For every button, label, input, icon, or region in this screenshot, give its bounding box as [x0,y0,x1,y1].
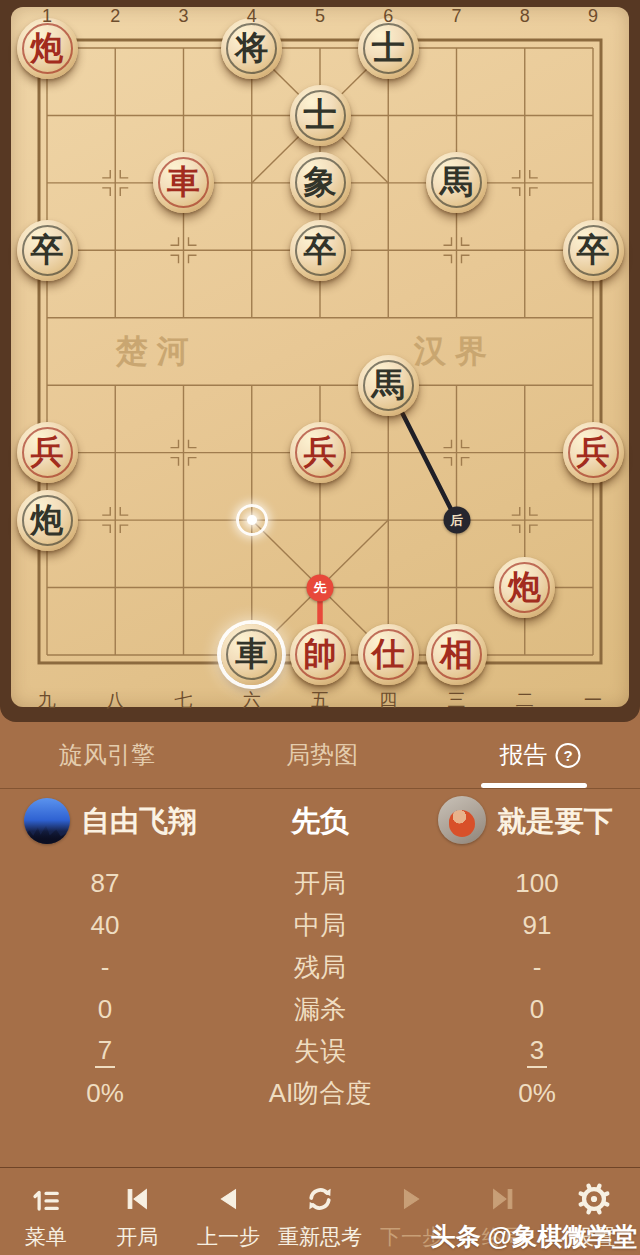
settings-gear-icon [577,1182,611,1216]
piece-将-black[interactable]: 将 [221,18,282,79]
xiangqi-app-screen: 楚河 汉界 炮将士士車象馬卒卒卒馬兵兵兵炮炮車帥仕相 后 先 123456789… [0,0,640,1255]
xiangqi-board[interactable]: 楚河 汉界 炮将士士車象馬卒卒卒馬兵兵兵炮炮車帥仕相 后 先 123456789… [0,0,640,722]
active-tab-underline [481,783,587,788]
left-ai-match: 0% [45,1072,165,1114]
file-label-top: 6 [383,6,393,27]
stat-label: AI吻合度 [220,1072,420,1114]
left-mistakes-link[interactable]: 7 [45,1030,165,1072]
left-player-avatar[interactable] [24,798,70,844]
piece-兵-red[interactable]: 兵 [17,422,78,483]
right-mistakes-link[interactable]: 3 [477,1030,597,1072]
file-label-bottom: 三 [448,688,466,712]
piece-炮-red[interactable]: 炮 [494,557,555,618]
tab-engine[interactable]: 旋风引擎 [59,722,155,788]
file-label-bottom: 五 [311,688,329,712]
tab-situation-chart[interactable]: 局势图 [286,722,358,788]
piece-象-black[interactable]: 象 [290,152,351,213]
file-label-bottom: 一 [584,688,602,712]
file-label-top: 8 [520,6,530,27]
watermark: 头条 @象棋微学堂 [431,1220,637,1253]
piece-車-red[interactable]: 車 [153,152,214,213]
refresh-icon [303,1182,337,1216]
right-player-avatar[interactable] [438,796,486,844]
piece-車-black[interactable]: 車 [221,624,282,685]
black-hint-marker: 后 [443,507,470,534]
piece-士-black[interactable]: 士 [358,18,419,79]
stat-row-midgame: 40 中局 91 [0,904,640,946]
file-label-bottom: 九 [38,688,56,712]
file-label-bottom: 七 [175,688,193,712]
piece-炮-red[interactable]: 炮 [17,18,78,79]
menu-icon [29,1182,63,1216]
right-missed-mates: 0 [477,988,597,1030]
go-to-start-button[interactable]: 开局 [91,1168,182,1255]
file-label-top: 9 [588,6,598,27]
tab-report[interactable]: 报告 ? [500,722,581,788]
previous-icon [212,1182,246,1216]
last-move-origin-dot [236,504,268,536]
piece-卒-black[interactable]: 卒 [290,220,351,281]
analysis-tabs: 旋风引擎 局势图 报告 ? [0,722,640,789]
stat-label: 开局 [220,862,420,904]
stat-label: 中局 [220,904,420,946]
players-row: 自由飞翔 先负 就是要下 [0,789,640,855]
left-opening-score: 87 [45,862,165,904]
stat-row-ai-match: 0% AI吻合度 0% [0,1072,640,1114]
left-player-name: 自由飞翔 [81,789,197,855]
menu-button[interactable]: 菜单 [0,1168,91,1255]
piece-相-red[interactable]: 相 [426,624,487,685]
file-label-top: 7 [451,6,461,27]
right-player-name: 就是要下 [497,789,613,855]
stat-label: 漏杀 [220,988,420,1030]
file-label-bottom: 四 [379,688,397,712]
left-missed-mates: 0 [45,988,165,1030]
right-opening-score: 100 [477,862,597,904]
stat-label: 失误 [220,1030,420,1072]
file-label-bottom: 六 [243,688,261,712]
rethink-button[interactable]: 重新思考 [274,1168,365,1255]
red-hint-marker: 先 [307,574,334,601]
right-midgame-score: 91 [477,904,597,946]
skip-to-start-icon [120,1182,154,1216]
next-icon [394,1182,428,1216]
piece-炮-black[interactable]: 炮 [17,490,78,551]
stat-row-mistakes: 7 失误 3 [0,1030,640,1072]
right-endgame-score: - [477,946,597,988]
right-ai-match: 0% [477,1072,597,1114]
report-stats-table: 87 开局 100 40 中局 91 - 残局 - 0 漏杀 0 7 失误 3 … [0,862,640,1114]
piece-士-black[interactable]: 士 [290,85,351,146]
left-endgame-score: - [45,946,165,988]
piece-卒-black[interactable]: 卒 [563,220,624,281]
piece-兵-red[interactable]: 兵 [290,422,351,483]
file-label-top: 2 [110,6,120,27]
piece-馬-black[interactable]: 馬 [426,152,487,213]
piece-帥-red[interactable]: 帥 [290,624,351,685]
previous-move-button[interactable]: 上一步 [183,1168,274,1255]
game-result-label: 先负 [291,789,349,855]
help-question-icon[interactable]: ? [556,743,581,768]
file-label-bottom: 二 [516,688,534,712]
file-label-top: 1 [42,6,52,27]
stat-row-missed-mates: 0 漏杀 0 [0,988,640,1030]
stat-row-endgame: - 残局 - [0,946,640,988]
piece-兵-red[interactable]: 兵 [563,422,624,483]
stat-label: 残局 [220,946,420,988]
file-label-top: 5 [315,6,325,27]
file-label-bottom: 八 [106,688,124,712]
file-label-top: 3 [178,6,188,27]
left-midgame-score: 40 [45,904,165,946]
skip-to-end-icon [486,1182,520,1216]
piece-馬-black[interactable]: 馬 [358,355,419,416]
stat-row-opening: 87 开局 100 [0,862,640,904]
piece-卒-black[interactable]: 卒 [17,220,78,281]
piece-仕-red[interactable]: 仕 [358,624,419,685]
file-label-top: 4 [247,6,257,27]
